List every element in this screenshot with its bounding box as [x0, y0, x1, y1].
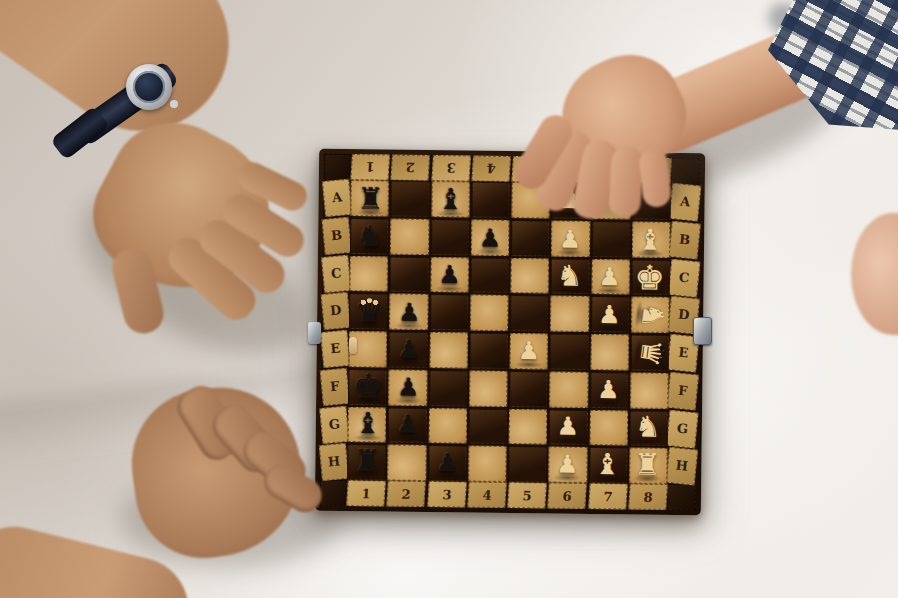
- square-B7[interactable]: [591, 221, 630, 257]
- label-left-E: E: [320, 330, 350, 368]
- label-left-H: H: [319, 443, 349, 481]
- board-corner: [320, 480, 347, 506]
- label-right-B: B: [668, 221, 700, 259]
- label-bottom-1: 1: [346, 480, 386, 506]
- square-C5[interactable]: [510, 258, 549, 294]
- loose-piece-peg[interactable]: [349, 337, 357, 354]
- label-bottom-8: 8: [628, 483, 668, 509]
- square-G3[interactable]: [428, 408, 467, 444]
- white-pawn-B6[interactable]: ♟: [550, 220, 590, 258]
- square-E3[interactable]: [429, 332, 468, 368]
- wristwatch-dial: [133, 71, 165, 103]
- label-top-1: 1: [350, 154, 390, 180]
- square-A2[interactable]: [391, 181, 430, 217]
- square-C2[interactable]: [390, 256, 429, 292]
- right-hand-finger: [608, 146, 645, 218]
- tabletop-scene: 12345678 12345678 ABCDEFGH ABCDEFGH ♜♝♟♞…: [0, 0, 898, 598]
- square-F3[interactable]: [429, 370, 468, 406]
- label-bottom-5: 5: [507, 482, 547, 508]
- square-H4[interactable]: [468, 446, 507, 482]
- label-left-D: D: [321, 292, 351, 330]
- white-pawn-C7[interactable]: ♟: [589, 258, 629, 296]
- label-bottom-7: 7: [588, 483, 628, 509]
- label-top-4: 4: [471, 156, 511, 182]
- square-C1[interactable]: [349, 256, 388, 292]
- white-bishop-B8[interactable]: ♝: [630, 221, 670, 259]
- white-pawn-D7[interactable]: ♟: [589, 295, 629, 333]
- label-top-2: 2: [390, 155, 430, 181]
- white-queen-E8[interactable]: ♛: [630, 331, 673, 376]
- label-bottom-3: 3: [427, 481, 467, 507]
- white-knight-C6[interactable]: ♞: [549, 257, 589, 295]
- board-hinge-left: [308, 322, 321, 344]
- label-right-C: C: [668, 258, 700, 296]
- label-bottom-2: 2: [386, 481, 426, 507]
- black-pawn-G2[interactable]: ♟: [388, 406, 428, 444]
- white-knight-G8[interactable]: ♞: [628, 408, 668, 446]
- black-bishop-G1[interactable]: ♝: [348, 405, 388, 443]
- label-bottom-6: 6: [547, 482, 587, 508]
- board-latch-right: [693, 317, 712, 345]
- label-left-B: B: [322, 216, 352, 254]
- black-knight-B1[interactable]: ♞: [350, 218, 390, 256]
- label-right-F: F: [667, 372, 699, 410]
- label-left-A: A: [322, 179, 352, 217]
- square-G5[interactable]: [509, 408, 548, 444]
- label-bottom-4: 4: [467, 482, 507, 508]
- white-pawn-E5[interactable]: ♟: [509, 332, 549, 370]
- white-rook-H8[interactable]: ♜: [627, 446, 667, 484]
- square-H2[interactable]: [387, 445, 426, 481]
- square-F6[interactable]: [549, 371, 588, 407]
- black-pawn-F2[interactable]: ♟: [388, 368, 428, 406]
- white-pawn-F7[interactable]: ♟: [588, 370, 628, 408]
- square-B3[interactable]: [430, 219, 469, 255]
- black-king-F1[interactable]: ♚: [348, 368, 388, 406]
- label-left-C: C: [321, 254, 351, 292]
- board-corner: [324, 154, 351, 180]
- square-E4[interactable]: [469, 333, 508, 369]
- square-D4[interactable]: [470, 295, 509, 331]
- black-pawn-B4[interactable]: ♟: [470, 219, 510, 257]
- black-pawn-C3[interactable]: ♟: [429, 256, 469, 294]
- square-G7[interactable]: [589, 409, 628, 445]
- black-pawn-D2[interactable]: ♟: [389, 293, 429, 331]
- white-pawn-G6[interactable]: ♟: [548, 407, 588, 445]
- wristwatch-strap: [50, 106, 110, 161]
- white-bishop-H7[interactable]: ♝: [587, 445, 627, 483]
- square-D5[interactable]: [510, 295, 549, 331]
- square-B5[interactable]: [511, 220, 550, 256]
- square-A4[interactable]: [471, 182, 510, 218]
- black-bishop-A3[interactable]: ♝: [430, 181, 470, 219]
- playing-area: ♜♝♟♞♟♟♝♟♞♟♚♛♟♟♞♟♟♛♚♟♟♝♟♟♞♜♟♟♝♜: [347, 180, 671, 484]
- wristwatch-crown: [170, 100, 178, 108]
- square-D6[interactable]: [550, 296, 589, 332]
- label-left-F: F: [320, 367, 350, 405]
- black-pawn-E2[interactable]: ♟: [389, 331, 429, 369]
- square-E6[interactable]: [550, 333, 589, 369]
- square-F5[interactable]: [509, 371, 548, 407]
- black-rook-H1[interactable]: ♜: [347, 443, 387, 481]
- label-top-3: 3: [431, 155, 471, 181]
- square-H5[interactable]: [508, 446, 547, 482]
- right-player-resting-hand: [851, 213, 898, 335]
- black-pawn-H3[interactable]: ♟: [427, 444, 467, 482]
- black-queen-D1[interactable]: ♛: [349, 293, 389, 331]
- square-G4[interactable]: [468, 408, 507, 444]
- square-C4[interactable]: [470, 257, 509, 293]
- white-pawn-H6[interactable]: ♟: [547, 445, 587, 483]
- rank-labels-bottom: 12345678: [347, 480, 667, 510]
- square-F4[interactable]: [469, 370, 508, 406]
- square-B2[interactable]: [390, 218, 429, 254]
- label-right-G: G: [666, 409, 698, 447]
- white-king-C8[interactable]: ♚: [629, 258, 669, 296]
- file-labels-left: ABCDEFGH: [320, 180, 351, 480]
- black-rook-A1[interactable]: ♜: [350, 180, 390, 218]
- label-right-H: H: [666, 447, 698, 485]
- square-F8[interactable]: [630, 372, 669, 408]
- square-D3[interactable]: [430, 294, 469, 330]
- label-left-G: G: [319, 405, 349, 443]
- board-corner: [667, 484, 696, 510]
- square-E7[interactable]: [590, 334, 629, 370]
